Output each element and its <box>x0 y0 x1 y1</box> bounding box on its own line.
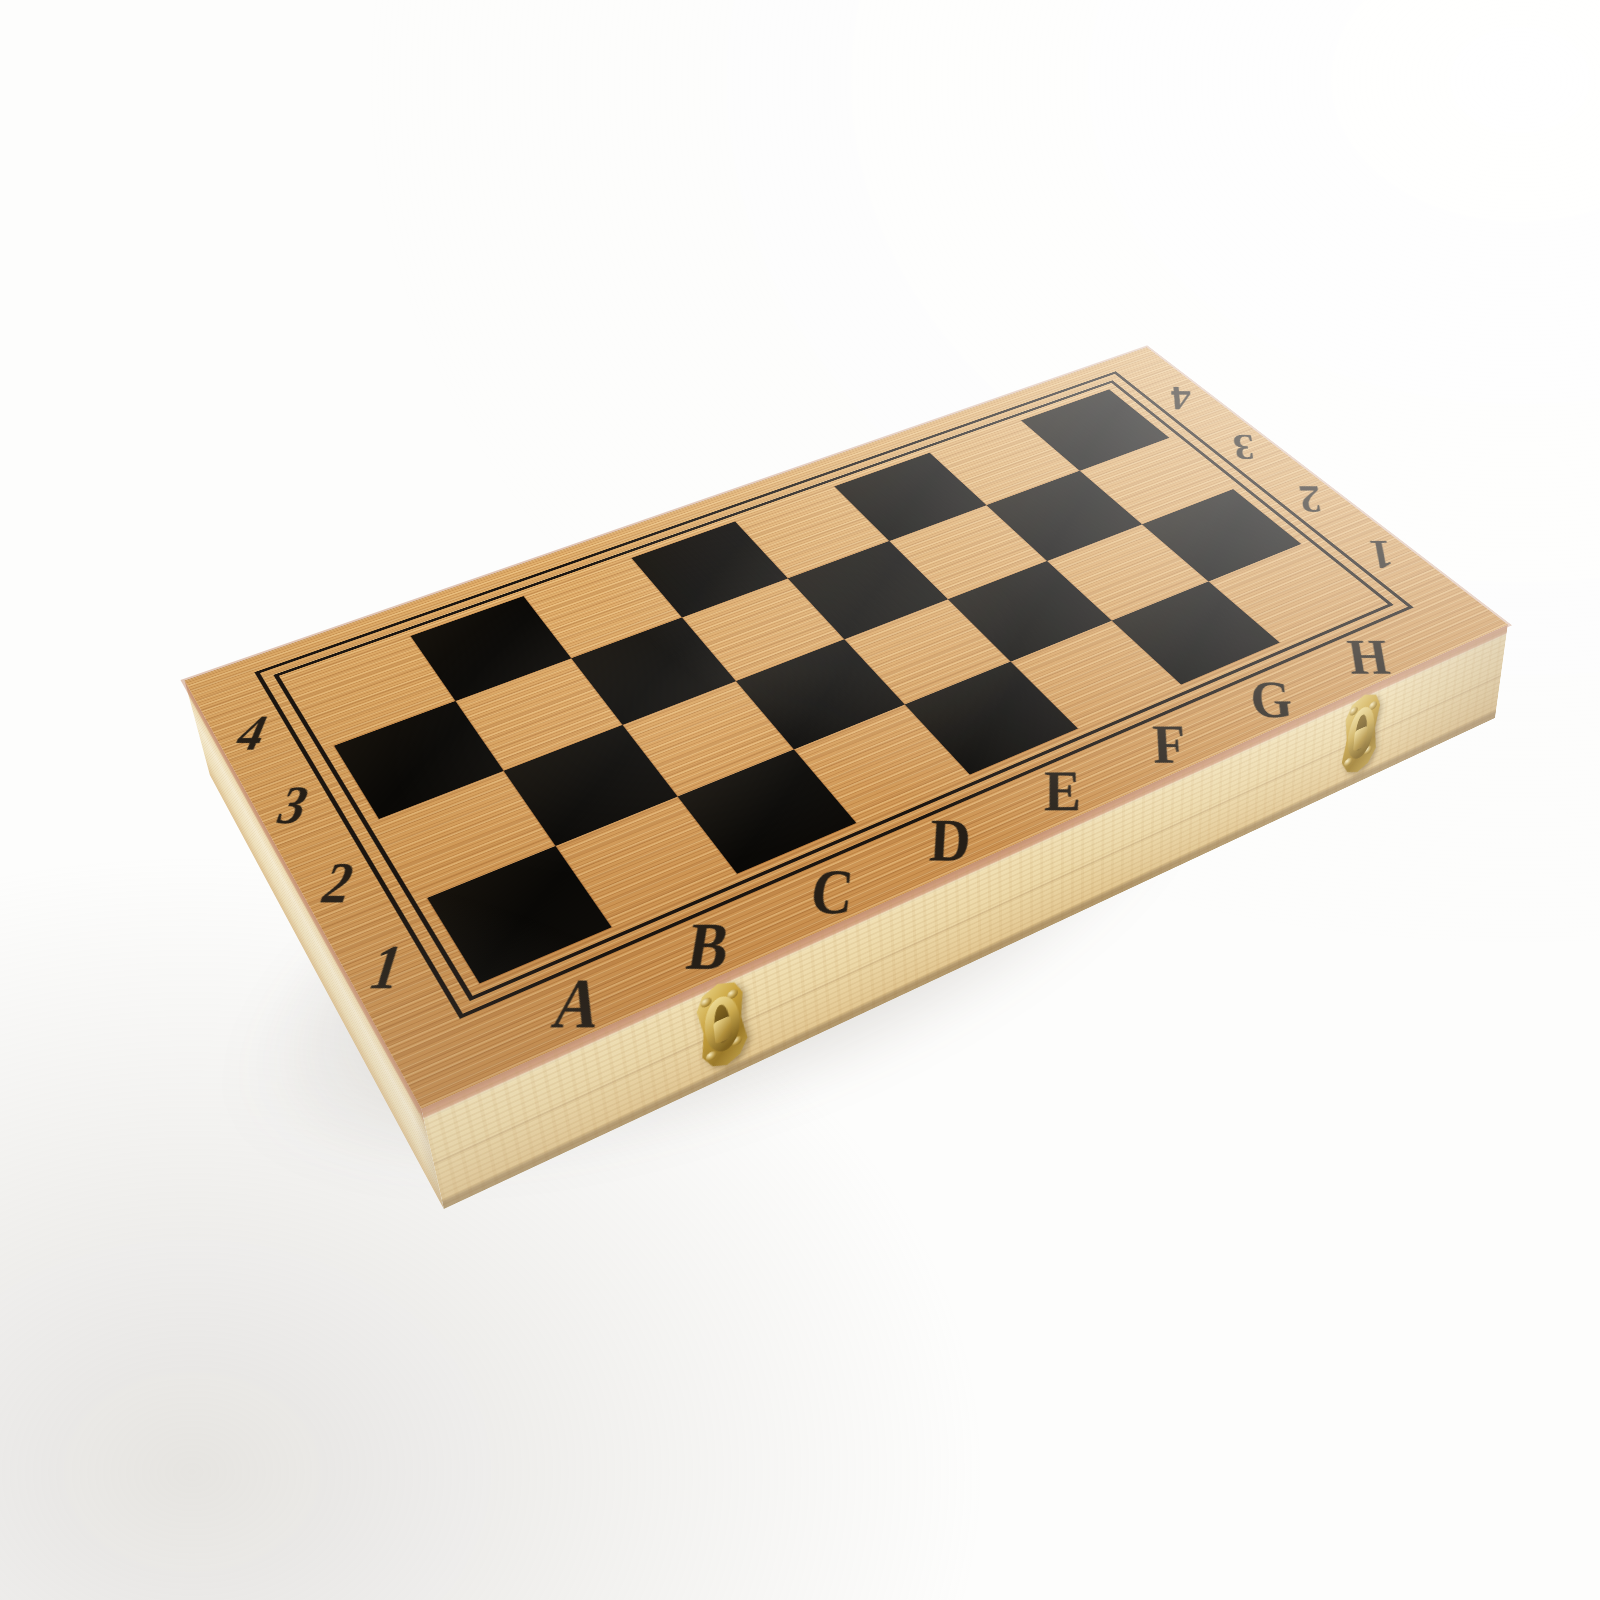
rank-label-right-3: 3 <box>1231 429 1256 465</box>
file-label-c: C <box>808 860 857 924</box>
file-label-a: A <box>547 968 607 1039</box>
rank-label-right-4: 4 <box>1170 381 1193 415</box>
file-label-e: E <box>1044 762 1081 820</box>
rank-label-left-2: 2 <box>314 854 361 912</box>
clasp-latch-left <box>686 968 758 1081</box>
chess-box: ABCDEFGH 4321 4321 <box>210 433 1495 1209</box>
clasp-latch-right <box>1334 682 1389 784</box>
rank-label-right-1: 1 <box>1366 534 1396 575</box>
rank-label-left-1: 1 <box>362 936 409 999</box>
file-label-f: F <box>1151 717 1187 772</box>
file-label-d: D <box>928 810 972 871</box>
file-label-h: H <box>1344 632 1393 682</box>
rank-label-right-2: 2 <box>1297 480 1325 519</box>
file-label-b: B <box>683 913 734 980</box>
rank-label-left-3: 3 <box>270 779 316 833</box>
product-scene: ABCDEFGH 4321 4321 <box>0 0 1600 1600</box>
file-label-g: G <box>1248 673 1295 726</box>
rank-label-left-4: 4 <box>229 708 275 758</box>
